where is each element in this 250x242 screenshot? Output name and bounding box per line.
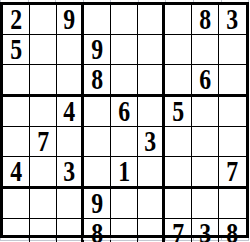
given-digit: 8 — [227, 219, 239, 242]
edge-tick-segment — [84, 0, 112, 2]
edge-tick-segment — [56, 0, 84, 2]
cell-r3c6[interactable] — [138, 65, 165, 97]
cell-r2c8[interactable] — [192, 35, 219, 65]
cell-r5c2: 7 — [30, 127, 57, 157]
cell-r5c7[interactable] — [165, 127, 192, 157]
edge-tick-segment — [139, 0, 167, 2]
edge-tick-segment — [166, 0, 194, 2]
given-digit: 3 — [63, 157, 75, 186]
cell-r1c7[interactable] — [165, 5, 192, 35]
cell-r4c6[interactable] — [138, 97, 165, 127]
cell-r7c4: 9 — [84, 189, 111, 219]
top-edge-ticks — [0, 0, 249, 2]
cell-r4c2[interactable] — [30, 97, 57, 127]
cell-r1c2[interactable] — [30, 5, 57, 35]
cell-r6c3: 3 — [57, 157, 84, 189]
cell-r5c9[interactable] — [219, 127, 246, 157]
given-digit: 5 — [10, 35, 22, 64]
edge-tick-segment — [29, 238, 57, 240]
cell-r1c6[interactable] — [138, 5, 165, 35]
cell-r1c5[interactable] — [111, 5, 138, 35]
given-digit: 4 — [63, 97, 75, 126]
given-digit: 5 — [172, 97, 184, 126]
sudoku-board: 298359864657343179873841 — [0, 2, 249, 238]
cell-r2c2[interactable] — [30, 35, 57, 65]
given-digit: 8 — [91, 219, 103, 242]
cell-r6c5: 1 — [111, 157, 138, 189]
cell-r3c3[interactable] — [57, 65, 84, 97]
edge-tick-segment — [56, 238, 84, 240]
given-digit: 7 — [37, 127, 49, 156]
given-digit: 9 — [91, 189, 103, 218]
edge-tick-segment — [111, 0, 139, 2]
cell-r6c9: 7 — [219, 157, 246, 189]
given-digit: 1 — [118, 157, 130, 186]
cell-r5c8[interactable] — [192, 127, 219, 157]
cell-r1c1: 2 — [3, 5, 30, 35]
cell-r1c8: 8 — [192, 5, 219, 35]
cell-r5c4[interactable] — [84, 127, 111, 157]
cell-r3c9[interactable] — [219, 65, 246, 97]
cell-r1c4[interactable] — [84, 5, 111, 35]
cell-r3c1[interactable] — [3, 65, 30, 97]
given-digit: 3 — [144, 127, 156, 156]
cell-r1c9: 3 — [219, 5, 246, 35]
cell-r6c8[interactable] — [192, 157, 219, 189]
edge-tick-segment — [194, 0, 222, 2]
edge-tick-segment — [111, 238, 139, 240]
cell-r5c3[interactable] — [57, 127, 84, 157]
given-digit: 6 — [118, 97, 130, 126]
cell-r3c4: 8 — [84, 65, 111, 97]
given-digit: 2 — [10, 5, 22, 34]
given-digit: 7 — [172, 219, 184, 242]
cell-r4c3: 4 — [57, 97, 84, 127]
given-digit: 3 — [227, 5, 239, 34]
edge-tick-segment — [0, 238, 29, 240]
cell-r2c9[interactable] — [219, 35, 246, 65]
given-digit: 4 — [10, 157, 22, 186]
cell-r6c7[interactable] — [165, 157, 192, 189]
cell-r6c4[interactable] — [84, 157, 111, 189]
cell-r5c5[interactable] — [111, 127, 138, 157]
sudoku-page: 298359864657343179873841 — [0, 0, 249, 242]
cell-r2c7[interactable] — [165, 35, 192, 65]
edge-tick-segment — [0, 0, 29, 2]
given-digit: 9 — [91, 35, 103, 64]
cell-r3c7[interactable] — [165, 65, 192, 97]
cell-r4c1[interactable] — [3, 97, 30, 127]
cell-r7c9[interactable] — [219, 189, 246, 219]
given-digit: 8 — [91, 65, 103, 94]
cell-r7c3[interactable] — [57, 189, 84, 219]
cell-r6c1: 4 — [3, 157, 30, 189]
cell-r5c6: 3 — [138, 127, 165, 157]
edge-tick-segment — [222, 0, 250, 2]
given-digit: 8 — [199, 5, 211, 34]
cell-r7c5[interactable] — [111, 189, 138, 219]
edge-tick-segment — [29, 0, 57, 2]
cell-r2c1: 5 — [3, 35, 30, 65]
given-digit: 6 — [199, 65, 211, 94]
cell-r3c2[interactable] — [30, 65, 57, 97]
cell-r6c6[interactable] — [138, 157, 165, 189]
cell-r7c7[interactable] — [165, 189, 192, 219]
cell-r2c4: 9 — [84, 35, 111, 65]
cell-r3c5[interactable] — [111, 65, 138, 97]
given-digit: 7 — [227, 157, 239, 186]
cell-r4c5: 6 — [111, 97, 138, 127]
given-digit: 9 — [63, 5, 75, 34]
cell-r4c8[interactable] — [192, 97, 219, 127]
cell-r4c4[interactable] — [84, 97, 111, 127]
cell-r3c8: 6 — [192, 65, 219, 97]
cell-r1c3: 9 — [57, 5, 84, 35]
cell-r7c1[interactable] — [3, 189, 30, 219]
cell-r2c3[interactable] — [57, 35, 84, 65]
cell-r7c2[interactable] — [30, 189, 57, 219]
edge-tick-segment — [139, 238, 167, 240]
cell-r7c8[interactable] — [192, 189, 219, 219]
cell-r5c1[interactable] — [3, 127, 30, 157]
given-digit: 3 — [199, 219, 211, 242]
cell-r4c7: 5 — [165, 97, 192, 127]
cell-r6c2[interactable] — [30, 157, 57, 189]
cell-r2c6[interactable] — [138, 35, 165, 65]
cell-r7c6[interactable] — [138, 189, 165, 219]
cell-r4c9[interactable] — [219, 97, 246, 127]
cell-r2c5[interactable] — [111, 35, 138, 65]
